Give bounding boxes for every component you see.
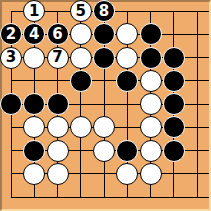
white-stone bbox=[116, 47, 138, 69]
white-stone bbox=[140, 140, 162, 162]
intersection-7-3[interactable] bbox=[46, 139, 69, 162]
white-stone bbox=[140, 70, 162, 92]
intersection-7-4[interactable] bbox=[69, 139, 92, 162]
black-stone bbox=[23, 140, 45, 162]
black-stone bbox=[140, 47, 162, 69]
intersection-6-6[interactable] bbox=[116, 116, 139, 139]
black-stone bbox=[116, 70, 138, 92]
intersection-3-3[interactable]: 7 bbox=[46, 46, 69, 69]
black-stone bbox=[140, 23, 162, 45]
black-stone bbox=[163, 47, 185, 69]
intersection-5-9[interactable] bbox=[185, 92, 208, 115]
go-board: 15824637 bbox=[0, 0, 211, 211]
intersection-6-5[interactable] bbox=[92, 116, 115, 139]
intersection-2-2[interactable]: 4 bbox=[23, 23, 46, 46]
white-stone bbox=[93, 140, 115, 162]
intersection-6-4[interactable] bbox=[69, 116, 92, 139]
black-stone bbox=[70, 70, 92, 92]
intersection-6-1[interactable] bbox=[0, 116, 23, 139]
intersection-5-6[interactable] bbox=[116, 92, 139, 115]
intersection-9-7[interactable] bbox=[139, 185, 162, 208]
intersection-2-5[interactable] bbox=[92, 23, 115, 46]
black-stone bbox=[116, 140, 138, 162]
intersection-5-7[interactable] bbox=[139, 92, 162, 115]
black-stone: 8 bbox=[93, 0, 115, 22]
intersection-3-9[interactable] bbox=[185, 46, 208, 69]
intersection-5-5[interactable] bbox=[92, 92, 115, 115]
intersection-9-9[interactable] bbox=[185, 185, 208, 208]
white-stone: 1 bbox=[23, 0, 45, 22]
intersection-7-8[interactable] bbox=[162, 139, 185, 162]
intersection-3-7[interactable] bbox=[139, 46, 162, 69]
intersection-7-2[interactable] bbox=[23, 139, 46, 162]
intersection-1-7[interactable] bbox=[139, 0, 162, 23]
intersection-5-4[interactable] bbox=[69, 92, 92, 115]
intersection-2-3[interactable]: 6 bbox=[46, 23, 69, 46]
intersection-9-3[interactable] bbox=[46, 185, 69, 208]
intersection-3-1[interactable]: 3 bbox=[0, 46, 23, 69]
intersection-1-6[interactable] bbox=[116, 0, 139, 23]
black-stone bbox=[47, 93, 69, 115]
intersection-9-2[interactable] bbox=[23, 185, 46, 208]
intersection-4-3[interactable] bbox=[46, 69, 69, 92]
black-stone bbox=[163, 70, 185, 92]
intersection-1-8[interactable] bbox=[162, 0, 185, 23]
intersection-4-4[interactable] bbox=[69, 69, 92, 92]
intersection-7-6[interactable] bbox=[116, 139, 139, 162]
white-stone bbox=[47, 163, 69, 185]
white-stone bbox=[47, 116, 69, 138]
white-stone bbox=[47, 140, 69, 162]
intersection-9-1[interactable] bbox=[0, 185, 23, 208]
black-stone bbox=[93, 47, 115, 69]
intersection-4-6[interactable] bbox=[116, 69, 139, 92]
intersection-9-4[interactable] bbox=[69, 185, 92, 208]
white-stone bbox=[140, 116, 162, 138]
white-stone: 3 bbox=[0, 47, 22, 69]
intersection-8-6[interactable] bbox=[116, 162, 139, 185]
white-stone bbox=[70, 116, 92, 138]
black-stone bbox=[163, 93, 185, 115]
intersection-4-1[interactable] bbox=[0, 69, 23, 92]
intersection-4-8[interactable] bbox=[162, 69, 185, 92]
intersection-4-9[interactable] bbox=[185, 69, 208, 92]
black-stone: 4 bbox=[23, 23, 45, 45]
intersection-7-1[interactable] bbox=[0, 139, 23, 162]
intersection-8-8[interactable] bbox=[162, 162, 185, 185]
white-stone bbox=[140, 93, 162, 115]
intersection-8-4[interactable] bbox=[69, 162, 92, 185]
intersection-3-5[interactable] bbox=[92, 46, 115, 69]
intersection-4-2[interactable] bbox=[23, 69, 46, 92]
white-stone: 7 bbox=[47, 47, 69, 69]
intersection-2-1[interactable]: 2 bbox=[0, 23, 23, 46]
intersection-9-8[interactable] bbox=[162, 185, 185, 208]
intersection-6-3[interactable] bbox=[46, 116, 69, 139]
intersection-3-6[interactable] bbox=[116, 46, 139, 69]
board-grid: 15824637 bbox=[0, 0, 209, 209]
intersection-7-5[interactable] bbox=[92, 139, 115, 162]
black-stone bbox=[23, 93, 45, 115]
intersection-8-9[interactable] bbox=[185, 162, 208, 185]
black-stone bbox=[163, 140, 185, 162]
black-stone bbox=[163, 116, 185, 138]
intersection-8-7[interactable] bbox=[139, 162, 162, 185]
white-stone: 5 bbox=[70, 0, 92, 22]
intersection-5-8[interactable] bbox=[162, 92, 185, 115]
white-stone bbox=[23, 47, 45, 69]
intersection-3-4[interactable] bbox=[69, 46, 92, 69]
intersection-3-8[interactable] bbox=[162, 46, 185, 69]
white-stone bbox=[70, 23, 92, 45]
intersection-1-5[interactable]: 8 bbox=[92, 0, 115, 23]
white-stone bbox=[140, 163, 162, 185]
intersection-8-1[interactable] bbox=[0, 162, 23, 185]
intersection-2-4[interactable] bbox=[69, 23, 92, 46]
intersection-9-6[interactable] bbox=[116, 185, 139, 208]
intersection-2-9[interactable] bbox=[185, 23, 208, 46]
intersection-6-7[interactable] bbox=[139, 116, 162, 139]
intersection-8-3[interactable] bbox=[46, 162, 69, 185]
white-stone bbox=[116, 23, 138, 45]
intersection-8-2[interactable] bbox=[23, 162, 46, 185]
intersection-1-2[interactable]: 1 bbox=[23, 0, 46, 23]
intersection-7-9[interactable] bbox=[185, 139, 208, 162]
white-stone bbox=[70, 47, 92, 69]
intersection-5-2[interactable] bbox=[23, 92, 46, 115]
intersection-5-3[interactable] bbox=[46, 92, 69, 115]
intersection-2-8[interactable] bbox=[162, 23, 185, 46]
intersection-2-6[interactable] bbox=[116, 23, 139, 46]
intersection-7-7[interactable] bbox=[139, 139, 162, 162]
intersection-1-1[interactable] bbox=[0, 0, 23, 23]
black-stone bbox=[93, 23, 115, 45]
white-stone bbox=[116, 163, 138, 185]
black-stone: 2 bbox=[0, 23, 22, 45]
intersection-4-7[interactable] bbox=[139, 69, 162, 92]
intersection-2-7[interactable] bbox=[139, 23, 162, 46]
intersection-1-9[interactable] bbox=[185, 0, 208, 23]
intersection-4-5[interactable] bbox=[92, 69, 115, 92]
intersection-1-3[interactable] bbox=[46, 0, 69, 23]
black-stone: 6 bbox=[47, 23, 69, 45]
intersection-1-4[interactable]: 5 bbox=[69, 0, 92, 23]
intersection-5-1[interactable] bbox=[0, 92, 23, 115]
white-stone bbox=[23, 163, 45, 185]
intersection-6-8[interactable] bbox=[162, 116, 185, 139]
intersection-6-9[interactable] bbox=[185, 116, 208, 139]
white-stone bbox=[23, 116, 45, 138]
intersection-6-2[interactable] bbox=[23, 116, 46, 139]
intersection-8-5[interactable] bbox=[92, 162, 115, 185]
black-stone bbox=[0, 93, 22, 115]
intersection-9-5[interactable] bbox=[92, 185, 115, 208]
intersection-3-2[interactable] bbox=[23, 46, 46, 69]
white-stone bbox=[93, 116, 115, 138]
